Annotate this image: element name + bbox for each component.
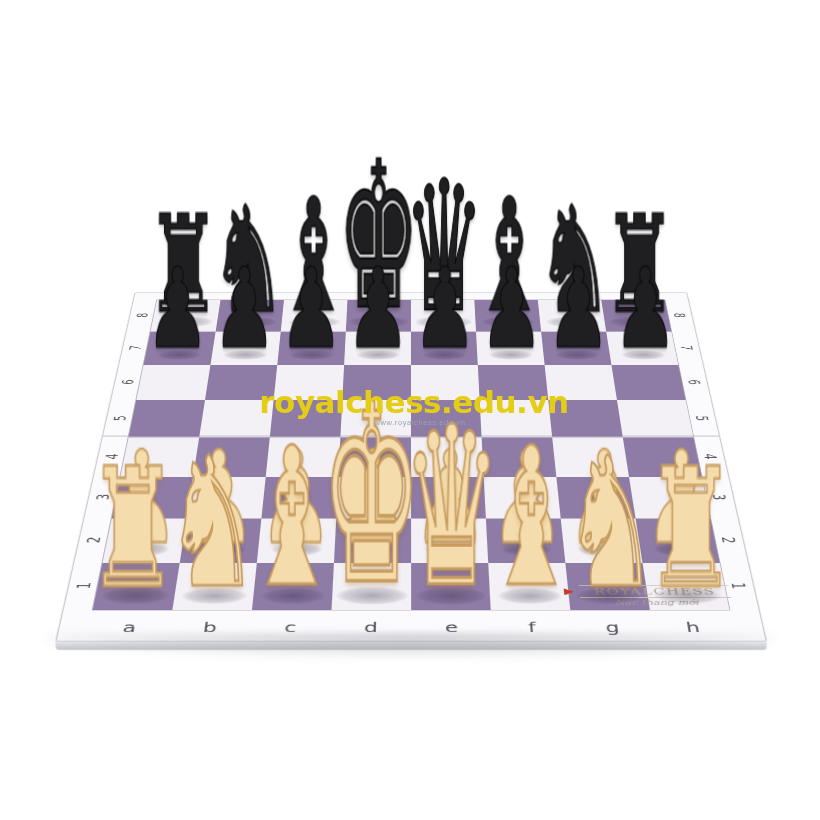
pieces-layer: ♜♞♝♚♛♝♞♜♟♟♟♟♟♟♟♟♟♟♟♟♟♟♟♟♜♞♝♚♛♝♞♜ — [57, 293, 766, 641]
watermark-subtext: www.royalchess.edu.vn — [10, 418, 820, 427]
rank-label-left-7: 7 — [124, 343, 146, 352]
rank-label-right-8: 8 — [669, 311, 691, 320]
board-drop-shadow — [45, 633, 775, 659]
chess-board: abcdefgh8877665544332211 ROYALCHESS Nấc … — [55, 292, 767, 641]
rank-label-right-7: 7 — [676, 343, 698, 352]
board-scene: abcdefgh8877665544332211 ROYALCHESS Nấc … — [100, 130, 720, 758]
watermark-text: royalchess.edu.vn — [4, 384, 820, 420]
chess-set-photo: abcdefgh8877665544332211 ROYALCHESS Nấc … — [0, 0, 820, 820]
rank-label-left-8: 8 — [131, 311, 153, 320]
